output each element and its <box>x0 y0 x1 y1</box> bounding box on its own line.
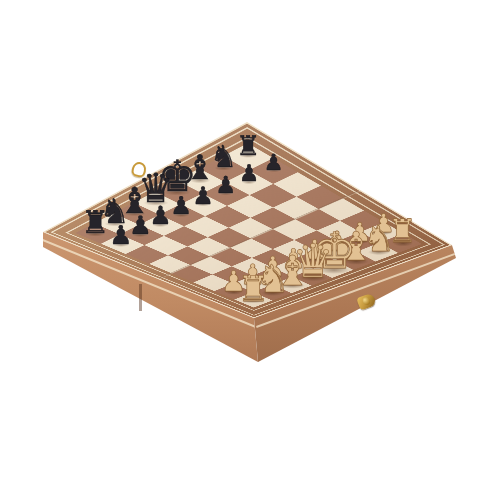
chess-set-photo: ♜♞♝♛♚♝♞♜♟♟♟♟♟♟♟♟♟♟♟♟♟♟♟♟♜♞♝♛♚♝♞♜ <box>0 0 500 500</box>
clasp-knob-icon <box>362 296 371 306</box>
fold-seam-edge-notch <box>139 284 142 311</box>
